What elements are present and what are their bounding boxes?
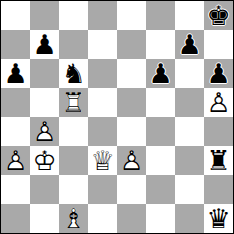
- white-pawn-fill: ♟: [30, 117, 59, 146]
- square-g4[interactable]: [175, 117, 204, 146]
- square-g3[interactable]: [175, 146, 204, 175]
- square-e7[interactable]: [117, 30, 146, 59]
- black-pawn: ♟: [1, 59, 30, 88]
- black-queen: ♛: [204, 204, 233, 233]
- square-b1[interactable]: [30, 204, 59, 233]
- white-bishop-fill: ♝: [59, 204, 88, 233]
- black-pawn: ♟: [204, 59, 233, 88]
- square-b3[interactable]: ♚♔: [30, 146, 59, 175]
- chess-board: ♚♟♟♟♞♟♟♜♖♟♙♟♙♟♙♚♔♛♕♟♙♜♝♗♛: [1, 1, 233, 233]
- square-e5[interactable]: [117, 88, 146, 117]
- square-c2[interactable]: [59, 175, 88, 204]
- square-b5[interactable]: [30, 88, 59, 117]
- square-f1[interactable]: [146, 204, 175, 233]
- square-e2[interactable]: [117, 175, 146, 204]
- square-c7[interactable]: [59, 30, 88, 59]
- square-c4[interactable]: [59, 117, 88, 146]
- square-b7[interactable]: ♟: [30, 30, 59, 59]
- square-g1[interactable]: [175, 204, 204, 233]
- square-g5[interactable]: [175, 88, 204, 117]
- white-pawn-fill: ♟: [204, 88, 233, 117]
- square-d8[interactable]: [88, 1, 117, 30]
- square-d7[interactable]: [88, 30, 117, 59]
- square-g2[interactable]: [175, 175, 204, 204]
- white-pawn: ♙: [117, 146, 146, 175]
- square-g7[interactable]: ♟: [175, 30, 204, 59]
- square-f6[interactable]: ♟: [146, 59, 175, 88]
- square-d6[interactable]: [88, 59, 117, 88]
- square-e6[interactable]: [117, 59, 146, 88]
- square-e8[interactable]: [117, 1, 146, 30]
- square-a7[interactable]: [1, 30, 30, 59]
- square-d1[interactable]: [88, 204, 117, 233]
- square-g6[interactable]: [175, 59, 204, 88]
- square-a8[interactable]: [1, 1, 30, 30]
- black-knight: ♞: [59, 59, 88, 88]
- square-f8[interactable]: [146, 1, 175, 30]
- white-rook: ♖: [59, 88, 88, 117]
- square-f7[interactable]: [146, 30, 175, 59]
- square-g8[interactable]: [175, 1, 204, 30]
- white-pawn-fill: ♟: [117, 146, 146, 175]
- white-bishop: ♗: [59, 204, 88, 233]
- square-a4[interactable]: [1, 117, 30, 146]
- white-king: ♔: [30, 146, 59, 175]
- square-h2[interactable]: [204, 175, 233, 204]
- white-pawn-fill: ♟: [1, 146, 30, 175]
- square-h3[interactable]: ♜: [204, 146, 233, 175]
- square-e4[interactable]: [117, 117, 146, 146]
- square-f5[interactable]: [146, 88, 175, 117]
- square-c6[interactable]: ♞: [59, 59, 88, 88]
- white-king-fill: ♚: [30, 146, 59, 175]
- black-pawn: ♟: [146, 59, 175, 88]
- square-c5[interactable]: ♜♖: [59, 88, 88, 117]
- white-rook-fill: ♜: [59, 88, 88, 117]
- square-a1[interactable]: [1, 204, 30, 233]
- square-e1[interactable]: [117, 204, 146, 233]
- square-f2[interactable]: [146, 175, 175, 204]
- square-h5[interactable]: ♟♙: [204, 88, 233, 117]
- white-pawn: ♙: [30, 117, 59, 146]
- square-c3[interactable]: [59, 146, 88, 175]
- square-b2[interactable]: [30, 175, 59, 204]
- black-pawn: ♟: [30, 30, 59, 59]
- white-pawn: ♙: [1, 146, 30, 175]
- square-d5[interactable]: [88, 88, 117, 117]
- black-rook: ♜: [204, 146, 233, 175]
- square-h7[interactable]: [204, 30, 233, 59]
- square-f3[interactable]: [146, 146, 175, 175]
- white-queen-fill: ♛: [88, 146, 117, 175]
- square-a3[interactable]: ♟♙: [1, 146, 30, 175]
- white-pawn: ♙: [204, 88, 233, 117]
- square-a6[interactable]: ♟: [1, 59, 30, 88]
- square-h4[interactable]: [204, 117, 233, 146]
- square-b6[interactable]: [30, 59, 59, 88]
- square-a2[interactable]: [1, 175, 30, 204]
- white-queen: ♕: [88, 146, 117, 175]
- square-a5[interactable]: [1, 88, 30, 117]
- chess-board-frame: ♚♟♟♟♞♟♟♜♖♟♙♟♙♟♙♚♔♛♕♟♙♜♝♗♛: [0, 0, 234, 234]
- square-d3[interactable]: ♛♕: [88, 146, 117, 175]
- square-e3[interactable]: ♟♙: [117, 146, 146, 175]
- square-c1[interactable]: ♝♗: [59, 204, 88, 233]
- square-d2[interactable]: [88, 175, 117, 204]
- square-h8[interactable]: ♚: [204, 1, 233, 30]
- square-d4[interactable]: [88, 117, 117, 146]
- square-h6[interactable]: ♟: [204, 59, 233, 88]
- square-b4[interactable]: ♟♙: [30, 117, 59, 146]
- black-pawn: ♟: [175, 30, 204, 59]
- square-f4[interactable]: [146, 117, 175, 146]
- square-c8[interactable]: [59, 1, 88, 30]
- black-king: ♚: [204, 1, 233, 30]
- square-h1[interactable]: ♛: [204, 204, 233, 233]
- square-b8[interactable]: [30, 1, 59, 30]
